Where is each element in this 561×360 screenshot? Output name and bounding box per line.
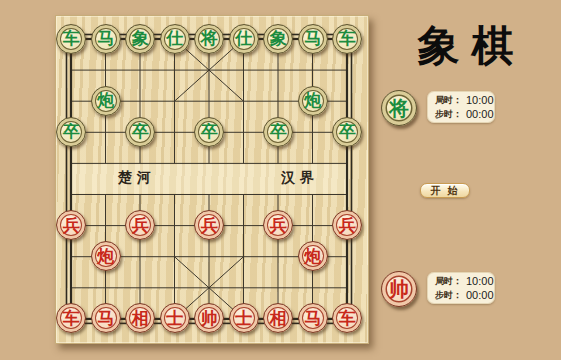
black-general-icon: 将 (381, 90, 417, 126)
piece-兵-red[interactable]: 兵 (263, 210, 293, 240)
piece-车-red[interactable]: 车 (332, 303, 362, 333)
red-move-time-value: 00:00 (466, 289, 494, 301)
black-move-time-label: 步时： (435, 108, 462, 121)
xiangqi-board[interactable]: 楚河 汉界 车马象仕将仕象马车炮炮卒卒卒卒卒兵兵兵兵兵炮炮车马相士帅士相马车 (55, 15, 369, 344)
pieces-grid: 车马象仕将仕象马车炮炮卒卒卒卒卒兵兵兵兵兵炮炮车马相士帅士相马车 (54, 23, 365, 334)
black-game-time-label: 局时： (435, 94, 462, 107)
piece-士-red[interactable]: 士 (229, 303, 259, 333)
black-game-time-value: 10:00 (466, 94, 494, 106)
piece-相-red[interactable]: 相 (125, 303, 155, 333)
piece-象-green[interactable]: 象 (263, 24, 293, 54)
piece-士-red[interactable]: 士 (160, 303, 190, 333)
piece-帅-red[interactable]: 帅 (194, 303, 224, 333)
piece-兵-red[interactable]: 兵 (125, 210, 155, 240)
piece-卒-green[interactable]: 卒 (125, 117, 155, 147)
red-general-icon: 帅 (381, 271, 417, 307)
piece-将-green[interactable]: 将 (194, 24, 224, 54)
piece-象-green[interactable]: 象 (125, 24, 155, 54)
start-button[interactable]: 开 始 (420, 183, 470, 198)
piece-车-green[interactable]: 车 (332, 24, 362, 54)
red-game-time-value: 10:00 (466, 275, 494, 287)
piece-仕-green[interactable]: 仕 (229, 24, 259, 54)
piece-相-red[interactable]: 相 (263, 303, 293, 333)
piece-车-green[interactable]: 车 (56, 24, 86, 54)
piece-兵-red[interactable]: 兵 (56, 210, 86, 240)
piece-炮-red[interactable]: 炮 (298, 241, 328, 271)
piece-卒-green[interactable]: 卒 (194, 117, 224, 147)
piece-仕-green[interactable]: 仕 (160, 24, 190, 54)
piece-炮-green[interactable]: 炮 (298, 86, 328, 116)
red-clock-panel: 局时： 10:00 步时： 00:00 (427, 272, 495, 304)
piece-马-red[interactable]: 马 (91, 303, 121, 333)
piece-兵-red[interactable]: 兵 (332, 210, 362, 240)
piece-卒-green[interactable]: 卒 (56, 117, 86, 147)
black-move-time-value: 00:00 (466, 108, 494, 120)
piece-马-green[interactable]: 马 (298, 24, 328, 54)
red-move-time-label: 步时： (435, 289, 462, 302)
red-game-time-label: 局时： (435, 275, 462, 288)
piece-炮-red[interactable]: 炮 (91, 241, 121, 271)
piece-车-red[interactable]: 车 (56, 303, 86, 333)
piece-马-green[interactable]: 马 (91, 24, 121, 54)
black-clock-panel: 局时： 10:00 步时： 00:00 (427, 91, 495, 123)
piece-炮-green[interactable]: 炮 (91, 86, 121, 116)
piece-马-red[interactable]: 马 (298, 303, 328, 333)
piece-卒-green[interactable]: 卒 (332, 117, 362, 147)
piece-兵-red[interactable]: 兵 (194, 210, 224, 240)
page-title: 象棋 (370, 18, 561, 74)
piece-卒-green[interactable]: 卒 (263, 117, 293, 147)
